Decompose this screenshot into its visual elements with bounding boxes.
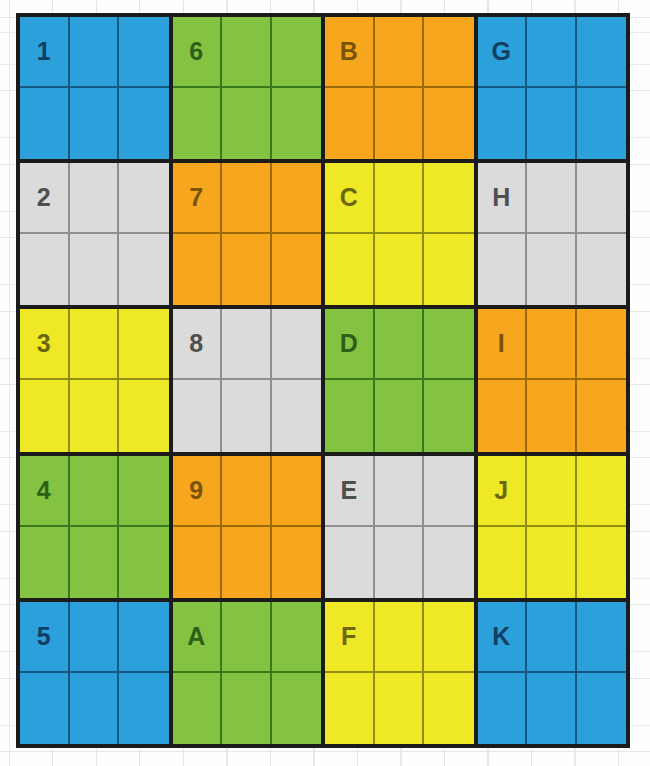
cell-block5-1[interactable] bbox=[70, 602, 120, 673]
cell-blockH-2[interactable] bbox=[577, 163, 627, 234]
cell-blockG-0[interactable]: G bbox=[478, 17, 528, 88]
cell-blockA-3[interactable] bbox=[173, 673, 223, 744]
block-4: 4 bbox=[18, 454, 171, 600]
block-label: J bbox=[494, 478, 508, 503]
block-7: 7 bbox=[171, 161, 324, 307]
cell-block3-5[interactable] bbox=[119, 380, 169, 451]
cell-block7-1[interactable] bbox=[222, 163, 272, 234]
cell-blockJ-4[interactable] bbox=[527, 527, 577, 598]
cell-block8-0[interactable]: 8 bbox=[173, 309, 223, 380]
block-grid-board: 16BG27CH38DI49EJ5AFK bbox=[16, 13, 630, 748]
block-5: 5 bbox=[18, 600, 171, 746]
cell-blockK-1[interactable] bbox=[527, 602, 577, 673]
cell-blockJ-0[interactable]: J bbox=[478, 456, 528, 527]
cell-blockD-1[interactable] bbox=[375, 309, 425, 380]
cell-blockI-0[interactable]: I bbox=[478, 309, 528, 380]
cell-blockE-5[interactable] bbox=[424, 527, 474, 598]
cell-block8-2[interactable] bbox=[272, 309, 322, 380]
block-J: J bbox=[476, 454, 629, 600]
block-label: K bbox=[492, 624, 510, 649]
cell-block9-1[interactable] bbox=[222, 456, 272, 527]
cell-block4-1[interactable] bbox=[70, 456, 120, 527]
block-3: 3 bbox=[18, 307, 171, 453]
block-label: F bbox=[341, 624, 356, 649]
cell-block3-4[interactable] bbox=[70, 380, 120, 451]
cell-blockC-2[interactable] bbox=[424, 163, 474, 234]
cell-block3-2[interactable] bbox=[119, 309, 169, 380]
block-H: H bbox=[476, 161, 629, 307]
cell-block2-4[interactable] bbox=[70, 234, 120, 305]
cell-blockA-1[interactable] bbox=[222, 602, 272, 673]
cell-blockH-0[interactable]: H bbox=[478, 163, 528, 234]
cell-blockJ-2[interactable] bbox=[577, 456, 627, 527]
cell-block6-4[interactable] bbox=[222, 88, 272, 159]
cell-block4-4[interactable] bbox=[70, 527, 120, 598]
cell-blockG-1[interactable] bbox=[527, 17, 577, 88]
cell-block1-2[interactable] bbox=[119, 17, 169, 88]
block-label: 5 bbox=[37, 624, 51, 649]
block-D: D bbox=[323, 307, 476, 453]
cell-block3-0[interactable]: 3 bbox=[20, 309, 70, 380]
cell-block2-2[interactable] bbox=[119, 163, 169, 234]
cell-blockD-3[interactable] bbox=[325, 380, 375, 451]
block-F: F bbox=[323, 600, 476, 746]
cell-blockB-3[interactable] bbox=[325, 88, 375, 159]
cell-blockC-5[interactable] bbox=[424, 234, 474, 305]
cell-blockF-4[interactable] bbox=[375, 673, 425, 744]
cell-blockD-0[interactable]: D bbox=[325, 309, 375, 380]
cell-blockH-1[interactable] bbox=[527, 163, 577, 234]
block-label: 7 bbox=[189, 185, 203, 210]
cell-blockI-1[interactable] bbox=[527, 309, 577, 380]
cell-block8-5[interactable] bbox=[272, 380, 322, 451]
cell-block8-4[interactable] bbox=[222, 380, 272, 451]
cell-blockK-2[interactable] bbox=[577, 602, 627, 673]
cell-blockC-4[interactable] bbox=[375, 234, 425, 305]
cell-blockB-0[interactable]: B bbox=[325, 17, 375, 88]
cell-block1-4[interactable] bbox=[70, 88, 120, 159]
cell-blockF-2[interactable] bbox=[424, 602, 474, 673]
cell-block4-2[interactable] bbox=[119, 456, 169, 527]
cell-blockG-2[interactable] bbox=[577, 17, 627, 88]
cell-block6-0[interactable]: 6 bbox=[173, 17, 223, 88]
block-label: 8 bbox=[189, 331, 203, 356]
block-label: 6 bbox=[189, 39, 203, 64]
cell-blockA-0[interactable]: A bbox=[173, 602, 223, 673]
block-1: 1 bbox=[18, 15, 171, 161]
cell-block5-5[interactable] bbox=[119, 673, 169, 744]
cell-blockF-3[interactable] bbox=[325, 673, 375, 744]
cell-blockC-3[interactable] bbox=[325, 234, 375, 305]
cell-blockK-5[interactable] bbox=[577, 673, 627, 744]
cell-block7-5[interactable] bbox=[272, 234, 322, 305]
cell-block5-3[interactable] bbox=[20, 673, 70, 744]
cell-block9-3[interactable] bbox=[173, 527, 223, 598]
cell-block8-3[interactable] bbox=[173, 380, 223, 451]
cell-blockD-5[interactable] bbox=[424, 380, 474, 451]
cell-blockI-5[interactable] bbox=[577, 380, 627, 451]
cell-blockH-4[interactable] bbox=[527, 234, 577, 305]
block-8: 8 bbox=[171, 307, 324, 453]
cell-blockD-4[interactable] bbox=[375, 380, 425, 451]
cell-blockJ-1[interactable] bbox=[527, 456, 577, 527]
cell-blockE-1[interactable] bbox=[375, 456, 425, 527]
cell-block9-4[interactable] bbox=[222, 527, 272, 598]
block-label: E bbox=[340, 478, 357, 503]
cell-block2-0[interactable]: 2 bbox=[20, 163, 70, 234]
block-label: 2 bbox=[37, 185, 51, 210]
cell-block6-3[interactable] bbox=[173, 88, 223, 159]
cell-blockI-4[interactable] bbox=[527, 380, 577, 451]
cell-block6-1[interactable] bbox=[222, 17, 272, 88]
cell-blockK-0[interactable]: K bbox=[478, 602, 528, 673]
cell-block9-2[interactable] bbox=[272, 456, 322, 527]
block-G: G bbox=[476, 15, 629, 161]
block-label: 4 bbox=[37, 478, 51, 503]
cell-block8-1[interactable] bbox=[222, 309, 272, 380]
cell-block1-0[interactable]: 1 bbox=[20, 17, 70, 88]
block-C: C bbox=[323, 161, 476, 307]
cell-blockK-3[interactable] bbox=[478, 673, 528, 744]
cell-block4-5[interactable] bbox=[119, 527, 169, 598]
cell-block1-5[interactable] bbox=[119, 88, 169, 159]
cell-block7-3[interactable] bbox=[173, 234, 223, 305]
cell-blockA-5[interactable] bbox=[272, 673, 322, 744]
cell-block9-0[interactable]: 9 bbox=[173, 456, 223, 527]
cell-blockJ-3[interactable] bbox=[478, 527, 528, 598]
cell-blockG-5[interactable] bbox=[577, 88, 627, 159]
cell-blockG-4[interactable] bbox=[527, 88, 577, 159]
block-label: 9 bbox=[189, 478, 203, 503]
cell-blockE-0[interactable]: E bbox=[325, 456, 375, 527]
cell-blockK-4[interactable] bbox=[527, 673, 577, 744]
cell-blockB-4[interactable] bbox=[375, 88, 425, 159]
block-label: C bbox=[340, 185, 358, 210]
block-2: 2 bbox=[18, 161, 171, 307]
cell-block7-0[interactable]: 7 bbox=[173, 163, 223, 234]
cell-blockC-1[interactable] bbox=[375, 163, 425, 234]
cell-block6-5[interactable] bbox=[272, 88, 322, 159]
cell-blockI-3[interactable] bbox=[478, 380, 528, 451]
cell-block5-0[interactable]: 5 bbox=[20, 602, 70, 673]
block-E: E bbox=[323, 454, 476, 600]
block-label: 1 bbox=[37, 39, 51, 64]
cell-block7-4[interactable] bbox=[222, 234, 272, 305]
cell-block5-4[interactable] bbox=[70, 673, 120, 744]
cell-block1-3[interactable] bbox=[20, 88, 70, 159]
cell-block6-2[interactable] bbox=[272, 17, 322, 88]
cell-blockD-2[interactable] bbox=[424, 309, 474, 380]
cell-block4-0[interactable]: 4 bbox=[20, 456, 70, 527]
cell-block5-2[interactable] bbox=[119, 602, 169, 673]
block-label: G bbox=[492, 39, 511, 64]
cell-block1-1[interactable] bbox=[70, 17, 120, 88]
cell-block2-1[interactable] bbox=[70, 163, 120, 234]
block-6: 6 bbox=[171, 15, 324, 161]
cell-blockH-3[interactable] bbox=[478, 234, 528, 305]
cell-block2-3[interactable] bbox=[20, 234, 70, 305]
block-9: 9 bbox=[171, 454, 324, 600]
cell-blockC-0[interactable]: C bbox=[325, 163, 375, 234]
block-label: D bbox=[340, 331, 358, 356]
cell-blockB-2[interactable] bbox=[424, 17, 474, 88]
cell-blockF-5[interactable] bbox=[424, 673, 474, 744]
block-B: B bbox=[323, 15, 476, 161]
cell-block4-3[interactable] bbox=[20, 527, 70, 598]
block-label: 3 bbox=[37, 331, 51, 356]
cell-blockF-1[interactable] bbox=[375, 602, 425, 673]
block-I: I bbox=[476, 307, 629, 453]
cell-blockA-4[interactable] bbox=[222, 673, 272, 744]
cell-blockB-5[interactable] bbox=[424, 88, 474, 159]
block-label: H bbox=[492, 185, 510, 210]
block-label: B bbox=[340, 39, 358, 64]
cell-blockE-3[interactable] bbox=[325, 527, 375, 598]
block-label: A bbox=[187, 624, 205, 649]
block-K: K bbox=[476, 600, 629, 746]
cell-blockH-5[interactable] bbox=[577, 234, 627, 305]
cell-blockE-2[interactable] bbox=[424, 456, 474, 527]
cell-block7-2[interactable] bbox=[272, 163, 322, 234]
cell-blockG-3[interactable] bbox=[478, 88, 528, 159]
cell-blockF-0[interactable]: F bbox=[325, 602, 375, 673]
block-label: I bbox=[498, 331, 505, 356]
cell-blockB-1[interactable] bbox=[375, 17, 425, 88]
cell-blockA-2[interactable] bbox=[272, 602, 322, 673]
cell-block9-5[interactable] bbox=[272, 527, 322, 598]
cell-blockJ-5[interactable] bbox=[577, 527, 627, 598]
cell-block3-3[interactable] bbox=[20, 380, 70, 451]
cell-blockE-4[interactable] bbox=[375, 527, 425, 598]
block-A: A bbox=[171, 600, 324, 746]
cell-blockI-2[interactable] bbox=[577, 309, 627, 380]
cell-block3-1[interactable] bbox=[70, 309, 120, 380]
cell-block2-5[interactable] bbox=[119, 234, 169, 305]
